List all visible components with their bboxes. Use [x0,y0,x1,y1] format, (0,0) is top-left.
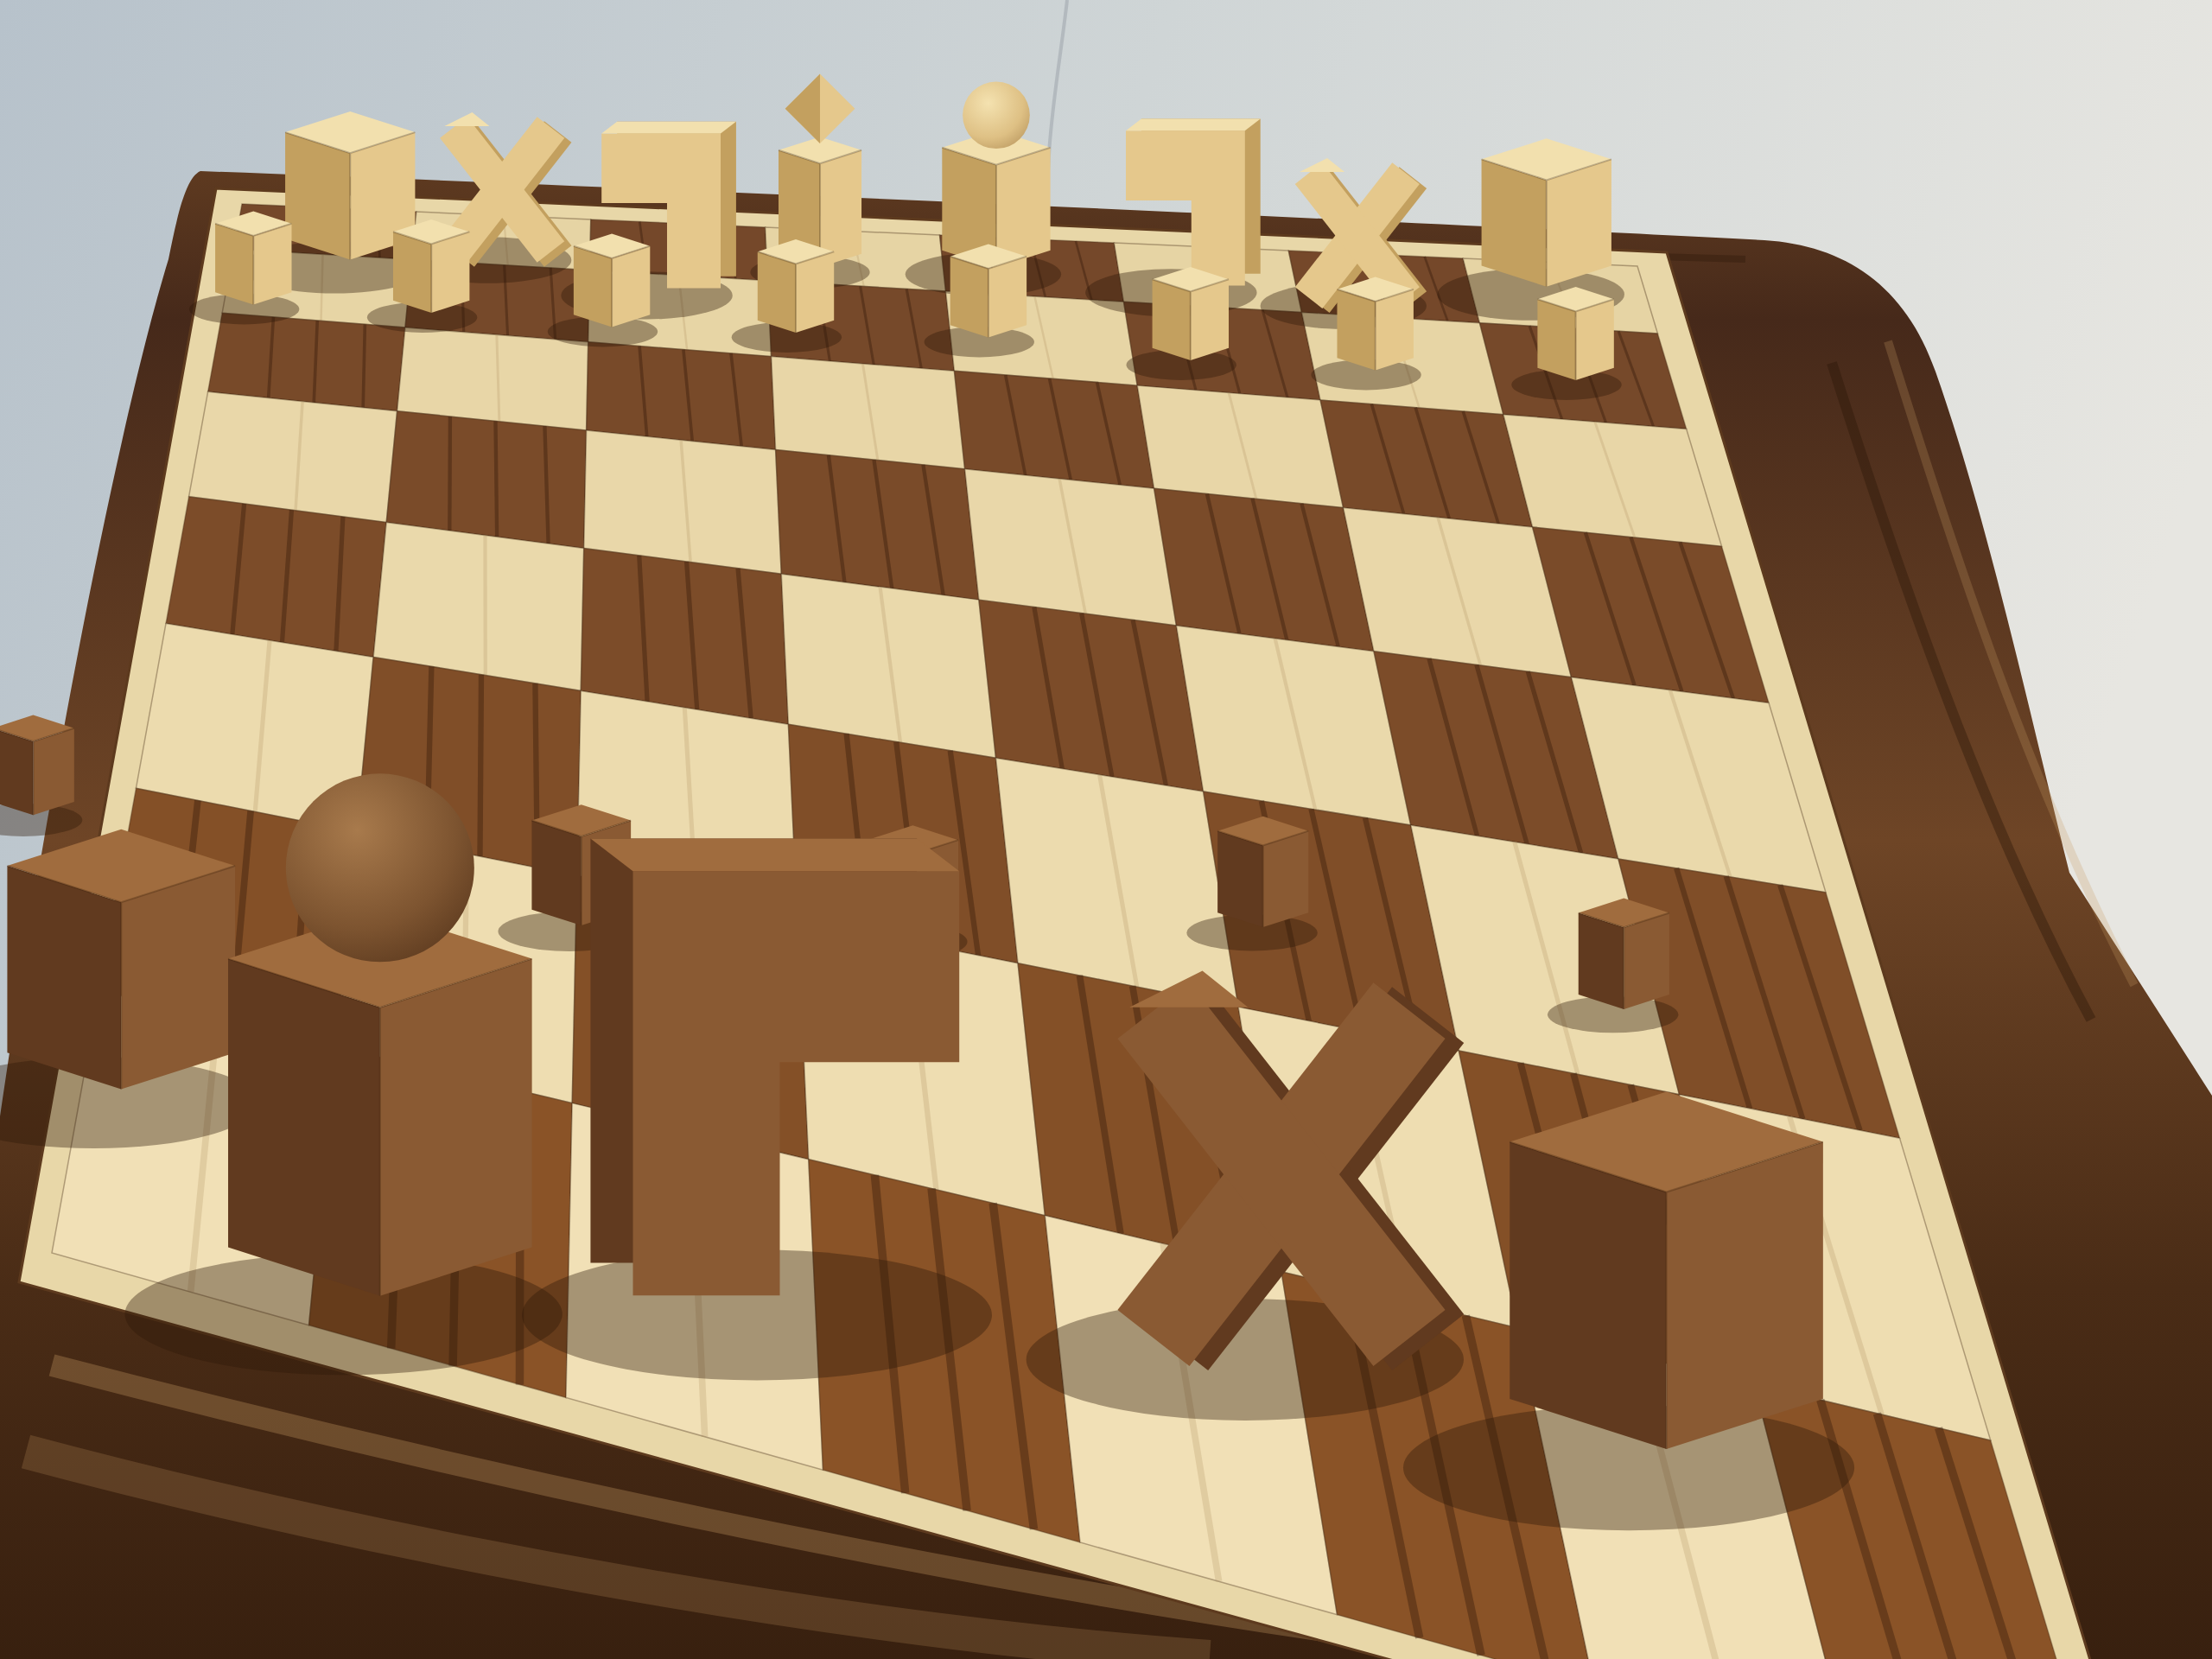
square-grain [480,675,481,856]
black-pawn-h7[interactable] [0,715,82,836]
black-rook-h8[interactable] [0,829,257,1148]
square-grain [449,416,450,531]
square-grain [495,421,497,537]
square-grain [363,324,365,407]
chess-scene [0,0,2212,1659]
bauhaus-chess-photo [0,0,2212,1659]
